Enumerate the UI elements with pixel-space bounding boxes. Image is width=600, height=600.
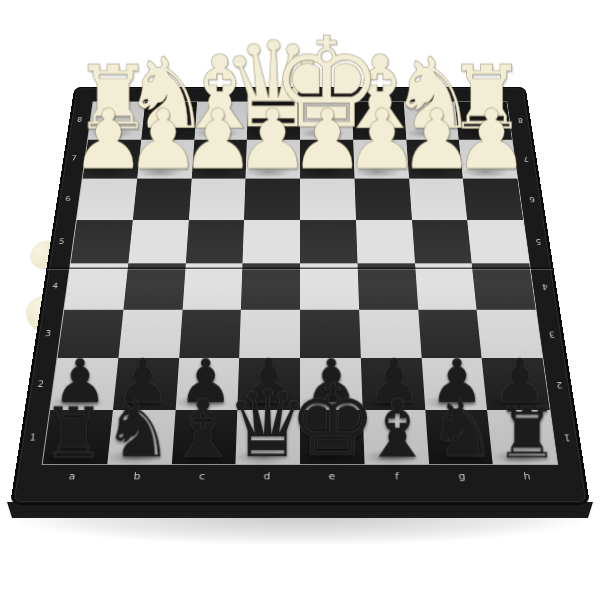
piece-shadow: [299, 395, 354, 410]
square-c6: [188, 179, 245, 220]
rank-label-right-5: 5: [524, 220, 553, 264]
square-h5: [467, 220, 529, 264]
piece-shadow: [491, 449, 549, 465]
square-h6: [463, 179, 523, 220]
piece-shadow: [361, 395, 417, 410]
file-label-g: g: [429, 467, 498, 505]
square-b6: [133, 179, 192, 220]
square-a6: [77, 179, 137, 220]
piece-shadow: [105, 449, 163, 465]
piece-shadow: [245, 167, 293, 178]
piece-shadow: [299, 167, 347, 178]
piece-shadow: [299, 449, 356, 465]
piece-shadow: [427, 449, 485, 465]
piece-shadow: [41, 449, 99, 465]
square-a5: [71, 220, 133, 264]
square-g5: [412, 220, 472, 264]
square-e5: [300, 220, 357, 264]
piece-shadow: [423, 395, 479, 410]
rank-label-right-6: 6: [518, 178, 546, 219]
square-f5: [356, 220, 415, 264]
piece-shadow: [234, 449, 291, 465]
piece-shadow: [111, 395, 167, 410]
piece-shadow: [363, 449, 420, 465]
square-d6: [244, 179, 300, 220]
piece-shadow: [407, 167, 456, 178]
board-wrap: abcdefgh 87654321 87654321 ♜♞♝♛♚♝♞♜♟♟♟♟♟…: [10, 0, 590, 505]
file-label-h: h: [494, 467, 564, 505]
board-hinge-seam: [46, 268, 554, 271]
square-d5: [243, 220, 300, 264]
piece-shadow: [236, 395, 291, 410]
chess-set-photo: abcdefgh 87654321 87654321 ♜♞♝♛♚♝♞♜♟♟♟♟♟…: [0, 0, 600, 600]
piece-shadow: [174, 395, 230, 410]
square-e6: [300, 179, 356, 220]
file-label-b: b: [102, 467, 171, 505]
piece-shadow: [170, 449, 227, 465]
chess-board: abcdefgh 87654321 87654321 ♜♞♝♛♚♝♞♜♟♟♟♟♟…: [10, 87, 590, 505]
piece-shadow: [485, 395, 542, 410]
square-b5: [128, 220, 188, 264]
square-c5: [185, 220, 244, 264]
square-f6: [354, 179, 411, 220]
square-g6: [409, 179, 468, 220]
piece-shadow: [462, 167, 511, 178]
file-label-a: a: [36, 467, 106, 505]
piece-shadow: [353, 167, 401, 178]
